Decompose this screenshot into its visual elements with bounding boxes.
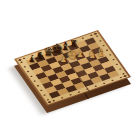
chess-piece-light-bishop: ♝	[96, 47, 105, 58]
product-photo-scene: ♟♞♛♚♝♜♟♚♟♞♝	[0, 0, 140, 140]
chess-piece-light-king: ♚	[66, 49, 77, 62]
chess-piece-dark-pawn: ♟	[28, 55, 35, 63]
pieces-layer: ♟♞♛♚♝♜♟♚♟♞♝	[0, 0, 140, 140]
chess-piece-light-pawn: ♟	[77, 50, 84, 58]
